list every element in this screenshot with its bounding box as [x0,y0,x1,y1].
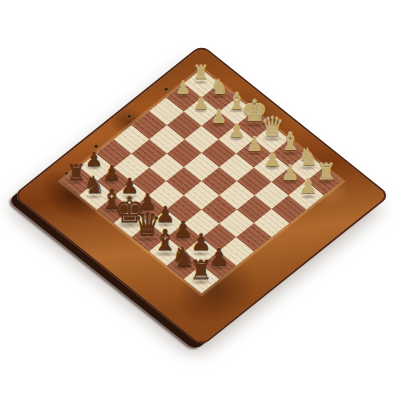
frame-inlay-dot [163,86,170,92]
frame-inlay-dot [126,113,133,119]
board-frame [13,44,391,346]
chessboard-photo: ♜♞♝♚♛♝♞♜♟♟♟♟♟♟♟♟♟♟♟♟♟♟♟♟♜♞♝♚♛♝♞♜ [0,0,400,400]
board-playing-area [61,69,341,293]
frame-inlay-dot [93,143,100,149]
board-grid [61,69,341,293]
